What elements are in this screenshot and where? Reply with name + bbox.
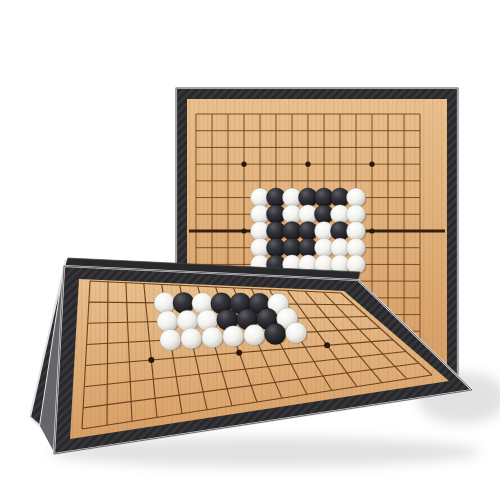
stone-white <box>160 329 181 350</box>
stone-white <box>181 328 202 349</box>
star-point <box>369 162 374 167</box>
product-photo-stage <box>0 0 500 500</box>
star-point <box>324 342 330 348</box>
scene-svg <box>0 0 500 500</box>
stone-black <box>173 292 194 313</box>
stone-white <box>286 322 307 343</box>
stone-white <box>244 325 265 346</box>
stone-white <box>157 311 178 332</box>
stone-white <box>223 326 244 347</box>
stone-white <box>177 310 198 331</box>
star-point <box>236 350 242 356</box>
star-point <box>241 228 246 233</box>
stone-white <box>202 327 223 348</box>
star-point <box>241 162 246 167</box>
stone-black <box>265 323 286 344</box>
stone-white <box>346 205 365 224</box>
stone-white <box>346 188 365 207</box>
star-point <box>369 228 374 233</box>
stone-white <box>154 292 175 313</box>
star-point <box>305 162 310 167</box>
stone-white <box>346 221 365 240</box>
stone-white <box>346 238 365 257</box>
stones <box>250 188 366 275</box>
star-point <box>148 357 154 363</box>
